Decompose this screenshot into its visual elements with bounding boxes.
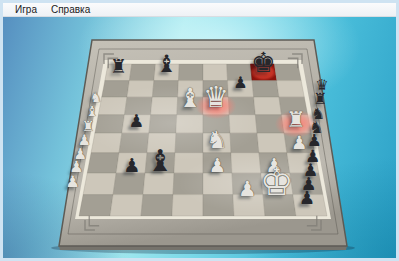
piece-black-pawn-f7[interactable]: ♟ [233, 75, 247, 91]
piece-black-rook-a8[interactable]: ♜ [110, 57, 127, 76]
piece-white-pawn-e3[interactable]: ♟ [209, 156, 226, 175]
game-area: ♜♝♚♟♟♝♟♝♛♜♞♟♟♟♟♚♞♝♜♟♟♟♟♛♜♞♞♟♟♟♟♟ [3, 17, 396, 258]
piece-black-pawn-b3[interactable]: ♟ [123, 156, 140, 175]
square-a1[interactable] [79, 195, 113, 216]
piece-white-bishop-d6[interactable]: ♝ [178, 86, 202, 112]
square-g4[interactable] [257, 133, 287, 153]
piece-white-rook-h5[interactable]: ♜ [286, 109, 306, 131]
square-c1[interactable] [141, 195, 173, 216]
square-b8[interactable] [129, 64, 155, 81]
piece-black-king-g8[interactable]: ♚ [251, 49, 276, 77]
menu-bar: Игра Справка [3, 3, 396, 17]
square-g7[interactable] [252, 81, 279, 98]
piece-white-pawn-f2[interactable]: ♟ [238, 179, 257, 200]
chess-board[interactable] [3, 17, 396, 258]
square-h7[interactable] [277, 81, 305, 98]
piece-white-queen-e6[interactable]: ♛ [203, 83, 229, 112]
piece-white-king-g2[interactable]: ♚ [260, 163, 294, 201]
square-e8[interactable] [203, 64, 228, 81]
square-d8[interactable] [178, 64, 203, 81]
captured-white-bishop: ♝ [86, 105, 98, 119]
captured-black-pawn: ♟ [299, 189, 315, 207]
piece-black-pawn-b5[interactable]: ♟ [129, 113, 145, 131]
menu-help[interactable]: Справка [45, 3, 96, 16]
captured-white-pawn: ♟ [65, 174, 79, 190]
piece-white-knight-e4[interactable]: ♞ [206, 128, 228, 152]
square-b1[interactable] [110, 195, 143, 216]
menu-game[interactable]: Игра [9, 3, 43, 16]
square-a3[interactable] [87, 153, 119, 174]
piece-black-bishop-c3[interactable]: ♝ [147, 146, 174, 176]
chess-titans-window: Игра Справка ♜♝♚♟♟♝♟♝♛♜♞♟♟♟♟♚♞♝♜♟♟♟♟♛♜♞♞… [0, 0, 399, 261]
piece-white-pawn-h4[interactable]: ♟ [291, 133, 308, 151]
square-a2[interactable] [83, 173, 116, 194]
piece-black-bishop-c8[interactable]: ♝ [156, 52, 177, 76]
